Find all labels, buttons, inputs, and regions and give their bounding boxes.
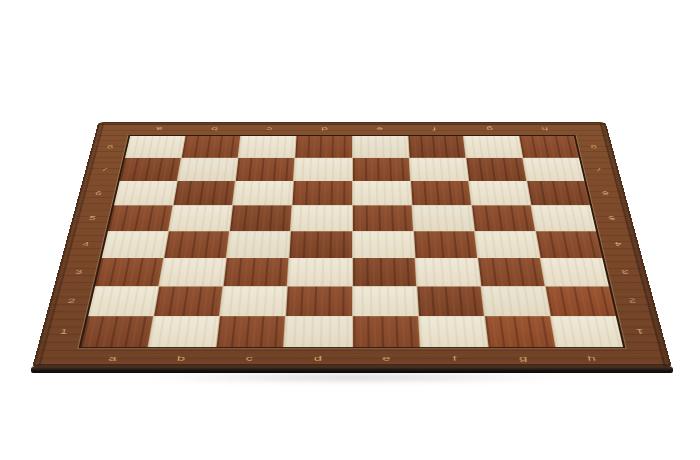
board-grid xyxy=(81,136,623,347)
chessboard: abcdefgh abcdefgh 87654321 87654321 xyxy=(32,122,672,368)
coord-label-f: f xyxy=(407,126,463,133)
square-g5[interactable] xyxy=(472,206,535,231)
square-a4[interactable] xyxy=(102,231,168,257)
coord-label-4: 4 xyxy=(72,231,99,258)
square-e3[interactable] xyxy=(353,258,416,286)
square-b8[interactable] xyxy=(182,136,240,158)
square-h5[interactable] xyxy=(531,206,596,231)
coord-label-f: f xyxy=(420,353,489,364)
coord-label-d: d xyxy=(283,353,352,364)
square-f1[interactable] xyxy=(419,316,488,347)
square-a1[interactable] xyxy=(81,316,153,347)
file-labels-top: abcdefgh xyxy=(131,126,573,133)
square-h4[interactable] xyxy=(536,231,602,257)
square-g3[interactable] xyxy=(478,258,545,286)
square-c4[interactable] xyxy=(227,231,290,257)
coord-label-6: 6 xyxy=(593,181,618,205)
square-h6[interactable] xyxy=(527,181,590,205)
square-g7[interactable] xyxy=(466,158,526,181)
square-f3[interactable] xyxy=(415,258,480,286)
square-a7[interactable] xyxy=(120,158,181,181)
playing-field xyxy=(78,135,625,348)
square-b7[interactable] xyxy=(178,158,238,181)
coord-label-8: 8 xyxy=(582,136,606,158)
coord-label-h: h xyxy=(517,126,573,133)
file-labels-bottom: abcdefgh xyxy=(77,353,627,364)
coord-label-e: e xyxy=(352,126,407,133)
square-c3[interactable] xyxy=(224,258,289,286)
square-f6[interactable] xyxy=(411,181,471,205)
square-h1[interactable] xyxy=(551,316,623,347)
square-c2[interactable] xyxy=(220,286,287,315)
square-d1[interactable] xyxy=(285,316,352,347)
square-e7[interactable] xyxy=(352,158,409,181)
square-d3[interactable] xyxy=(288,258,351,286)
square-d2[interactable] xyxy=(286,286,351,315)
square-h7[interactable] xyxy=(523,158,584,181)
coord-label-2: 2 xyxy=(57,286,86,316)
square-d5[interactable] xyxy=(291,206,351,231)
coord-label-c: c xyxy=(215,353,284,364)
coord-label-h: h xyxy=(556,353,627,364)
square-h2[interactable] xyxy=(546,286,616,315)
square-e2[interactable] xyxy=(353,286,418,315)
square-a8[interactable] xyxy=(125,136,185,158)
square-c5[interactable] xyxy=(230,206,292,231)
coord-label-6: 6 xyxy=(86,181,111,205)
square-d4[interactable] xyxy=(290,231,352,257)
square-a2[interactable] xyxy=(88,286,158,315)
square-f4[interactable] xyxy=(414,231,477,257)
square-b2[interactable] xyxy=(154,286,222,315)
square-d6[interactable] xyxy=(293,181,352,205)
coord-label-7: 7 xyxy=(587,158,612,181)
square-g2[interactable] xyxy=(481,286,549,315)
coord-label-8: 8 xyxy=(98,136,122,158)
square-a3[interactable] xyxy=(95,258,163,286)
coord-label-1: 1 xyxy=(49,316,79,347)
square-e5[interactable] xyxy=(352,206,412,231)
coord-label-5: 5 xyxy=(79,205,105,231)
square-e4[interactable] xyxy=(353,231,415,257)
coord-label-3: 3 xyxy=(65,258,93,286)
coord-label-e: e xyxy=(352,353,421,364)
square-f7[interactable] xyxy=(409,158,468,181)
square-c8[interactable] xyxy=(239,136,296,158)
square-c6[interactable] xyxy=(233,181,293,205)
square-f5[interactable] xyxy=(412,206,474,231)
square-d8[interactable] xyxy=(296,136,352,158)
square-b3[interactable] xyxy=(160,258,227,286)
coord-label-a: a xyxy=(77,353,148,364)
square-f2[interactable] xyxy=(417,286,484,315)
square-e1[interactable] xyxy=(353,316,420,347)
board-shadow xyxy=(55,373,655,382)
square-b6[interactable] xyxy=(174,181,235,205)
coord-label-7: 7 xyxy=(92,158,117,181)
square-a5[interactable] xyxy=(108,206,173,231)
square-g4[interactable] xyxy=(475,231,540,257)
square-b1[interactable] xyxy=(149,316,219,347)
square-c7[interactable] xyxy=(236,158,295,181)
product-photo-background: abcdefgh abcdefgh 87654321 87654321 xyxy=(0,0,700,460)
square-c1[interactable] xyxy=(217,316,286,347)
square-d7[interactable] xyxy=(294,158,351,181)
coord-label-a: a xyxy=(131,126,187,133)
coord-label-1: 1 xyxy=(625,316,655,347)
coord-label-b: b xyxy=(186,126,242,133)
coord-label-b: b xyxy=(146,353,216,364)
square-g8[interactable] xyxy=(464,136,522,158)
coord-label-2: 2 xyxy=(618,286,647,316)
square-f8[interactable] xyxy=(408,136,465,158)
coord-label-4: 4 xyxy=(605,231,632,258)
square-g1[interactable] xyxy=(485,316,555,347)
coord-label-5: 5 xyxy=(599,205,625,231)
square-a6[interactable] xyxy=(114,181,177,205)
coord-label-d: d xyxy=(297,126,352,133)
coord-label-g: g xyxy=(488,353,558,364)
square-b4[interactable] xyxy=(164,231,229,257)
square-h8[interactable] xyxy=(519,136,579,158)
coord-label-c: c xyxy=(241,126,297,133)
coord-label-g: g xyxy=(462,126,518,133)
square-g6[interactable] xyxy=(469,181,530,205)
coord-label-3: 3 xyxy=(611,258,639,286)
square-e8[interactable] xyxy=(352,136,408,158)
square-e6[interactable] xyxy=(352,181,411,205)
square-h3[interactable] xyxy=(541,258,609,286)
square-b5[interactable] xyxy=(169,206,232,231)
